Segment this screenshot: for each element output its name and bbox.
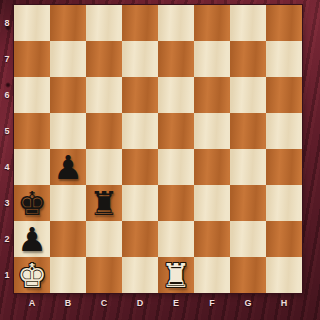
square-b2[interactable] — [50, 221, 86, 257]
square-h6[interactable] — [266, 77, 302, 113]
square-g7[interactable] — [230, 41, 266, 77]
square-g6[interactable] — [230, 77, 266, 113]
square-a5[interactable] — [14, 113, 50, 149]
rank-label-3: 3 — [0, 185, 14, 221]
black-pawn-b4[interactable]: ♟ — [50, 149, 86, 185]
square-f6[interactable] — [194, 77, 230, 113]
square-e8[interactable] — [158, 5, 194, 41]
file-label-f: F — [194, 295, 230, 311]
square-c8[interactable] — [86, 5, 122, 41]
square-e1[interactable]: ♜ — [158, 257, 194, 293]
square-g4[interactable] — [230, 149, 266, 185]
square-a4[interactable] — [14, 149, 50, 185]
white-rook-e1[interactable]: ♜ — [158, 257, 194, 293]
square-b1[interactable] — [50, 257, 86, 293]
square-f7[interactable] — [194, 41, 230, 77]
square-e4[interactable] — [158, 149, 194, 185]
square-b8[interactable] — [50, 5, 86, 41]
square-f3[interactable] — [194, 185, 230, 221]
square-b3[interactable] — [50, 185, 86, 221]
black-king-a3[interactable]: ♚ — [14, 185, 50, 221]
square-b6[interactable] — [50, 77, 86, 113]
square-d3[interactable] — [122, 185, 158, 221]
square-d8[interactable] — [122, 5, 158, 41]
rank-label-6: 6 — [0, 77, 14, 113]
square-d7[interactable] — [122, 41, 158, 77]
square-f1[interactable] — [194, 257, 230, 293]
rank-label-4: 4 — [0, 149, 14, 185]
file-label-b: B — [50, 295, 86, 311]
square-h3[interactable] — [266, 185, 302, 221]
square-h8[interactable] — [266, 5, 302, 41]
square-c2[interactable] — [86, 221, 122, 257]
square-c1[interactable] — [86, 257, 122, 293]
file-label-a: A — [14, 295, 50, 311]
square-b7[interactable] — [50, 41, 86, 77]
square-a6[interactable] — [14, 77, 50, 113]
square-g5[interactable] — [230, 113, 266, 149]
chessboard-diagram: 87654321 ♟♚♜♟♚♜ ABCDEFGH — [0, 0, 320, 320]
square-e5[interactable] — [158, 113, 194, 149]
black-rook-c3[interactable]: ♜ — [86, 185, 122, 221]
square-g2[interactable] — [230, 221, 266, 257]
rank-label-5: 5 — [0, 113, 14, 149]
square-h1[interactable] — [266, 257, 302, 293]
square-a1[interactable]: ♚ — [14, 257, 50, 293]
square-d4[interactable] — [122, 149, 158, 185]
chess-board: ♟♚♜♟♚♜ — [14, 5, 302, 293]
square-e3[interactable] — [158, 185, 194, 221]
square-c6[interactable] — [86, 77, 122, 113]
square-h5[interactable] — [266, 113, 302, 149]
file-label-h: H — [266, 295, 302, 311]
rank-label-1: 1 — [0, 257, 14, 293]
square-c5[interactable] — [86, 113, 122, 149]
square-e6[interactable] — [158, 77, 194, 113]
square-g3[interactable] — [230, 185, 266, 221]
rank-label-2: 2 — [0, 221, 14, 257]
square-a2[interactable]: ♟ — [14, 221, 50, 257]
white-king-a1[interactable]: ♚ — [14, 257, 50, 293]
square-h7[interactable] — [266, 41, 302, 77]
square-d5[interactable] — [122, 113, 158, 149]
rank-label-8: 8 — [0, 5, 14, 41]
square-b5[interactable] — [50, 113, 86, 149]
square-f4[interactable] — [194, 149, 230, 185]
square-c4[interactable] — [86, 149, 122, 185]
square-a8[interactable] — [14, 5, 50, 41]
square-d2[interactable] — [122, 221, 158, 257]
rank-labels: 87654321 — [0, 5, 14, 293]
file-labels: ABCDEFGH — [14, 295, 302, 311]
square-e7[interactable] — [158, 41, 194, 77]
rank-label-7: 7 — [0, 41, 14, 77]
square-a7[interactable] — [14, 41, 50, 77]
square-c7[interactable] — [86, 41, 122, 77]
square-b4[interactable]: ♟ — [50, 149, 86, 185]
square-f8[interactable] — [194, 5, 230, 41]
square-h2[interactable] — [266, 221, 302, 257]
square-g1[interactable] — [230, 257, 266, 293]
square-c3[interactable]: ♜ — [86, 185, 122, 221]
square-g8[interactable] — [230, 5, 266, 41]
square-f2[interactable] — [194, 221, 230, 257]
black-pawn-a2[interactable]: ♟ — [14, 221, 50, 257]
file-label-c: C — [86, 295, 122, 311]
square-h4[interactable] — [266, 149, 302, 185]
file-label-d: D — [122, 295, 158, 311]
square-d6[interactable] — [122, 77, 158, 113]
square-f5[interactable] — [194, 113, 230, 149]
file-label-e: E — [158, 295, 194, 311]
square-e2[interactable] — [158, 221, 194, 257]
square-d1[interactable] — [122, 257, 158, 293]
square-a3[interactable]: ♚ — [14, 185, 50, 221]
file-label-g: G — [230, 295, 266, 311]
